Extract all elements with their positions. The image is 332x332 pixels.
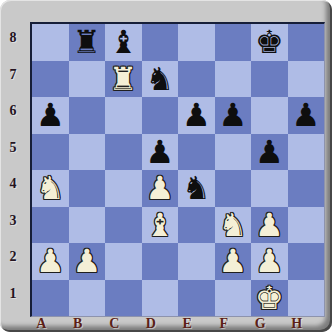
square-h8[interactable] — [288, 24, 325, 61]
square-h7[interactable] — [288, 61, 325, 98]
rank-label-8: 8 — [0, 20, 28, 57]
white-pawn: ♟ — [255, 243, 284, 280]
square-h1[interactable] — [288, 280, 325, 317]
white-rook: ♜ — [109, 61, 138, 98]
file-label-h: H — [279, 316, 316, 332]
square-c2[interactable] — [105, 243, 142, 280]
square-h4[interactable] — [288, 170, 325, 207]
square-e4[interactable]: ♞ — [178, 170, 215, 207]
square-f8[interactable] — [215, 24, 252, 61]
square-a1[interactable] — [32, 280, 69, 317]
square-a2[interactable]: ♟ — [32, 243, 69, 280]
square-b5[interactable] — [69, 134, 106, 171]
rank-label-5: 5 — [0, 130, 28, 167]
square-b7[interactable] — [69, 61, 106, 98]
square-d6[interactable] — [142, 97, 179, 134]
square-a5[interactable] — [32, 134, 69, 171]
square-a3[interactable] — [32, 207, 69, 244]
square-g7[interactable] — [251, 61, 288, 98]
square-d3[interactable]: ♝ — [142, 207, 179, 244]
square-e7[interactable] — [178, 61, 215, 98]
black-pawn: ♟ — [218, 97, 247, 134]
square-f4[interactable] — [215, 170, 252, 207]
square-c1[interactable] — [105, 280, 142, 317]
square-b8[interactable]: ♜ — [69, 24, 106, 61]
rank-label-4: 4 — [0, 166, 28, 203]
square-b4[interactable] — [69, 170, 106, 207]
square-c5[interactable] — [105, 134, 142, 171]
square-c8[interactable]: ♝ — [105, 24, 142, 61]
file-label-f: F — [206, 316, 243, 332]
black-pawn: ♟ — [36, 97, 65, 134]
square-d1[interactable] — [142, 280, 179, 317]
square-a7[interactable] — [32, 61, 69, 98]
square-g8[interactable]: ♚ — [251, 24, 288, 61]
rank-label-2: 2 — [0, 239, 28, 276]
rank-labels: 87654321 — [0, 24, 30, 316]
square-d4[interactable]: ♟ — [142, 170, 179, 207]
white-knight: ♞ — [36, 170, 65, 207]
square-g5[interactable]: ♟ — [251, 134, 288, 171]
board-frame: 87654321 ♜♝♚♜♞♟♟♟♟♟♟♞♟♞♝♞♟♟♟♟♟♚ ABCDEFGH — [0, 0, 332, 332]
square-a6[interactable]: ♟ — [32, 97, 69, 134]
file-label-g: G — [242, 316, 279, 332]
white-pawn: ♟ — [72, 243, 101, 280]
square-f6[interactable]: ♟ — [215, 97, 252, 134]
file-label-a: A — [23, 316, 60, 332]
square-c6[interactable] — [105, 97, 142, 134]
file-labels: ABCDEFGH — [32, 316, 324, 332]
file-label-d: D — [133, 316, 170, 332]
black-king: ♚ — [255, 24, 284, 61]
black-pawn: ♟ — [182, 97, 211, 134]
square-f1[interactable] — [215, 280, 252, 317]
square-b3[interactable] — [69, 207, 106, 244]
file-label-c: C — [96, 316, 133, 332]
square-f2[interactable]: ♟ — [215, 243, 252, 280]
square-h5[interactable] — [288, 134, 325, 171]
square-a8[interactable] — [32, 24, 69, 61]
black-bishop: ♝ — [109, 24, 138, 61]
black-pawn: ♟ — [145, 134, 174, 171]
square-e8[interactable] — [178, 24, 215, 61]
square-b6[interactable] — [69, 97, 106, 134]
square-g3[interactable]: ♟ — [251, 207, 288, 244]
black-knight: ♞ — [182, 170, 211, 207]
square-c3[interactable] — [105, 207, 142, 244]
white-pawn: ♟ — [218, 243, 247, 280]
white-bishop: ♝ — [145, 207, 174, 244]
black-pawn: ♟ — [255, 134, 284, 171]
rank-label-1: 1 — [0, 276, 28, 313]
white-pawn: ♟ — [255, 207, 284, 244]
black-pawn: ♟ — [291, 97, 320, 134]
square-d5[interactable]: ♟ — [142, 134, 179, 171]
chess-board: ♜♝♚♜♞♟♟♟♟♟♟♞♟♞♝♞♟♟♟♟♟♚ — [30, 22, 325, 317]
white-knight: ♞ — [218, 207, 247, 244]
square-b1[interactable] — [69, 280, 106, 317]
square-c7[interactable]: ♜ — [105, 61, 142, 98]
square-f3[interactable]: ♞ — [215, 207, 252, 244]
square-e5[interactable] — [178, 134, 215, 171]
rank-label-7: 7 — [0, 57, 28, 94]
square-b2[interactable]: ♟ — [69, 243, 106, 280]
rank-label-3: 3 — [0, 203, 28, 240]
square-f5[interactable] — [215, 134, 252, 171]
square-g2[interactable]: ♟ — [251, 243, 288, 280]
black-knight: ♞ — [145, 61, 174, 98]
square-e2[interactable] — [178, 243, 215, 280]
file-label-b: B — [60, 316, 97, 332]
black-rook: ♜ — [72, 24, 101, 61]
square-g6[interactable] — [251, 97, 288, 134]
square-e6[interactable]: ♟ — [178, 97, 215, 134]
square-d2[interactable] — [142, 243, 179, 280]
white-pawn: ♟ — [36, 243, 65, 280]
square-h3[interactable] — [288, 207, 325, 244]
square-c4[interactable] — [105, 170, 142, 207]
square-d7[interactable]: ♞ — [142, 61, 179, 98]
square-f7[interactable] — [215, 61, 252, 98]
file-label-e: E — [169, 316, 206, 332]
square-a4[interactable]: ♞ — [32, 170, 69, 207]
rank-label-6: 6 — [0, 93, 28, 130]
white-pawn: ♟ — [145, 170, 174, 207]
white-king: ♚ — [255, 280, 284, 317]
square-e1[interactable] — [178, 280, 215, 317]
square-e3[interactable] — [178, 207, 215, 244]
square-d8[interactable] — [142, 24, 179, 61]
square-g4[interactable] — [251, 170, 288, 207]
square-h6[interactable]: ♟ — [288, 97, 325, 134]
square-h2[interactable] — [288, 243, 325, 280]
square-g1[interactable]: ♚ — [251, 280, 288, 317]
